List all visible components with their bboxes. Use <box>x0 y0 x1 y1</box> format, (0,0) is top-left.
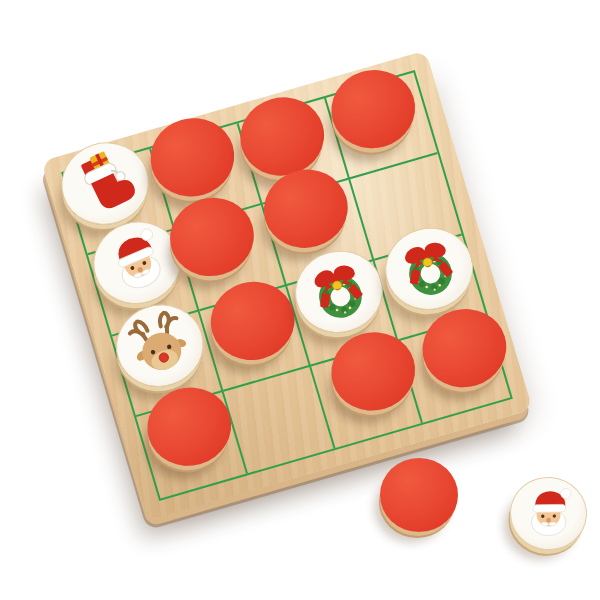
board-grid <box>61 70 513 501</box>
off-board-disc-santa[interactable] <box>508 474 590 552</box>
santa-icon <box>509 475 589 551</box>
off-board-disc-red[interactable] <box>380 458 458 532</box>
game-board <box>41 50 533 520</box>
scene <box>0 0 600 600</box>
